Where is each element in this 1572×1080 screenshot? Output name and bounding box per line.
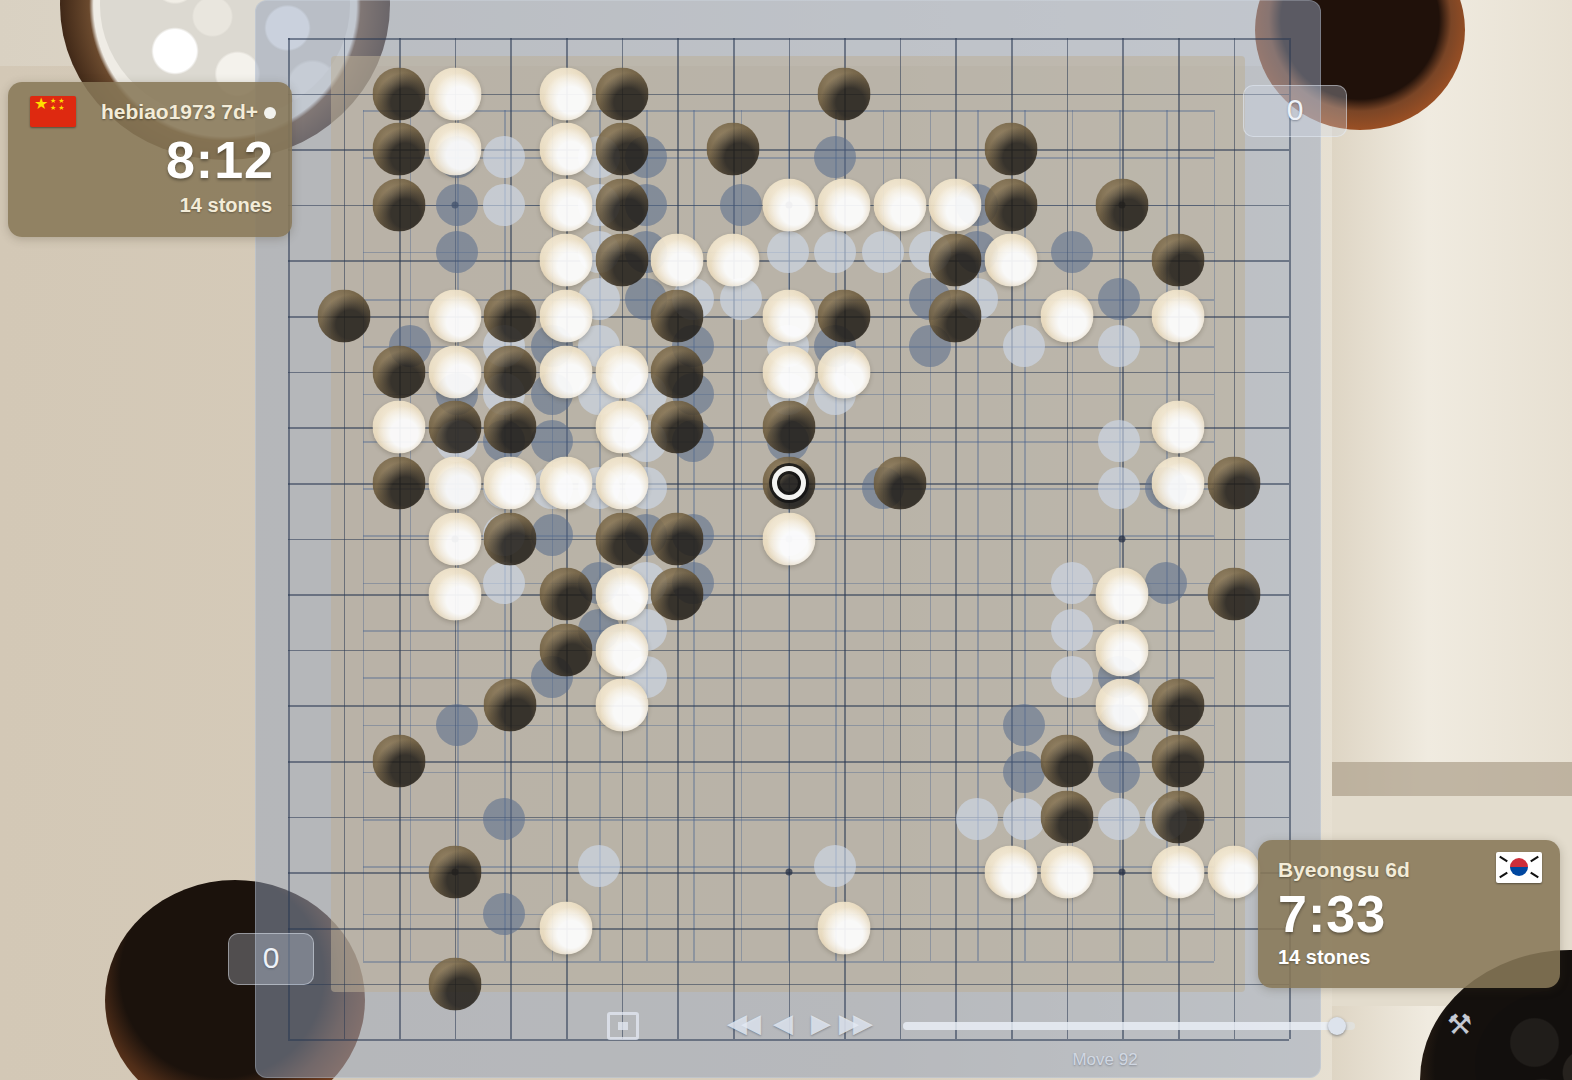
ghost-stone-white — [483, 184, 525, 226]
stone-black — [540, 568, 593, 621]
stone-white — [1096, 623, 1149, 676]
white-clock: 8:12 — [166, 130, 274, 190]
fit-view-icon[interactable] — [607, 1012, 639, 1040]
stone-white — [706, 234, 759, 287]
stone-white — [818, 345, 871, 398]
stone-black — [373, 123, 426, 176]
stone-white — [762, 512, 815, 565]
player-name-black: Byeongsu 6d — [1278, 858, 1410, 882]
hoshi-point — [1119, 535, 1126, 542]
stone-white — [929, 178, 982, 231]
stone-black — [373, 345, 426, 398]
ghost-stone-black — [1098, 278, 1140, 320]
stone-black — [651, 568, 704, 621]
ghost-stone-black — [1051, 231, 1093, 273]
ghost-stone-white — [1098, 467, 1140, 509]
ghost-stone-white — [1003, 325, 1045, 367]
ghost-stone-white — [483, 136, 525, 178]
stone-black — [373, 178, 426, 231]
ghost-stone-black — [1098, 751, 1140, 793]
stone-white — [1040, 290, 1093, 343]
stone-white — [428, 512, 481, 565]
stone-white — [595, 456, 648, 509]
stone-white — [540, 456, 593, 509]
stone-black — [428, 957, 481, 1010]
ghost-stone-black — [436, 184, 478, 226]
stone-black — [818, 290, 871, 343]
stone-white — [540, 67, 593, 120]
stone-white — [540, 901, 593, 954]
move-slider-fill — [903, 1022, 1337, 1030]
stone-white — [373, 401, 426, 454]
player-name-white: hebiao1973 7d+ — [101, 100, 276, 124]
ghost-stone-black — [1003, 704, 1045, 746]
stone-black — [651, 401, 704, 454]
next-move-button[interactable]: ▶ — [811, 1008, 825, 1039]
ghost-stone-white — [578, 845, 620, 887]
stone-black — [985, 178, 1038, 231]
grid-line — [288, 928, 1289, 930]
stone-white — [818, 178, 871, 231]
black-stones-in-bowl — [1475, 990, 1572, 1080]
black-clock: 7:33 — [1278, 884, 1386, 944]
previous-move-button[interactable]: ◀ — [773, 1008, 787, 1039]
ghost-stone-white — [1003, 798, 1045, 840]
stone-white — [818, 901, 871, 954]
taegeuk-icon — [1510, 858, 1528, 876]
stone-white — [484, 456, 537, 509]
to-start-button[interactable]: ◀◀ — [727, 1008, 755, 1039]
stone-white — [540, 123, 593, 176]
stone-white — [595, 623, 648, 676]
stone-white — [873, 178, 926, 231]
stone-white — [1151, 456, 1204, 509]
stone-white — [428, 345, 481, 398]
white-captures-badge: 0 — [1243, 85, 1347, 137]
stone-white — [540, 178, 593, 231]
stone-black — [929, 234, 982, 287]
stone-black — [1151, 790, 1204, 843]
move-number-label: Move 92 — [1015, 1050, 1195, 1070]
ghost-stone-white — [767, 231, 809, 273]
stone-white — [1096, 679, 1149, 732]
ghost-stone-black — [531, 514, 573, 556]
ghost-stone-white — [1098, 798, 1140, 840]
ghost-stone-white — [1051, 609, 1093, 651]
stone-white — [762, 345, 815, 398]
stone-black — [1207, 568, 1260, 621]
stone-white — [595, 345, 648, 398]
stone-black — [818, 67, 871, 120]
stone-black — [484, 679, 537, 732]
ghost-stone-white — [483, 562, 525, 604]
stone-black — [1151, 234, 1204, 287]
stone-black — [428, 401, 481, 454]
ghost-stone-black — [1145, 562, 1187, 604]
stone-white — [985, 234, 1038, 287]
stone-black — [317, 290, 370, 343]
stone-black — [540, 623, 593, 676]
ghost-stone-white — [862, 231, 904, 273]
stone-white — [595, 401, 648, 454]
hoshi-point — [1119, 869, 1126, 876]
black-captures-badge: 0 — [228, 933, 314, 985]
stone-black — [706, 123, 759, 176]
ghost-stone-white — [956, 798, 998, 840]
ghost-stone-white — [1098, 325, 1140, 367]
stone-black — [373, 456, 426, 509]
ghost-grid-line — [1214, 110, 1216, 961]
stone-white — [762, 290, 815, 343]
grid-line — [288, 761, 1289, 763]
stone-white — [540, 345, 593, 398]
stone-white — [428, 290, 481, 343]
stone-black — [1151, 735, 1204, 788]
stone-black — [595, 234, 648, 287]
stone-white — [540, 234, 593, 287]
go-board[interactable]: ◀◀ ◀ ▶ ▶▶ ⚒ Move 92 — [255, 0, 1321, 1078]
grid-line — [288, 1039, 1289, 1041]
ghost-stone-black — [720, 184, 762, 226]
stone-black — [373, 735, 426, 788]
stone-black — [985, 123, 1038, 176]
move-slider-handle[interactable] — [1328, 1017, 1346, 1035]
last-move-marker — [772, 466, 806, 500]
korea-flag-icon — [1496, 852, 1542, 883]
stone-white — [1151, 401, 1204, 454]
white-color-indicator — [264, 107, 276, 119]
stone-black — [484, 345, 537, 398]
ghost-stone-black — [483, 798, 525, 840]
stone-black — [873, 456, 926, 509]
stone-black — [428, 846, 481, 899]
background-shelf-band — [1332, 762, 1572, 796]
stone-black — [484, 401, 537, 454]
hoshi-point — [785, 869, 792, 876]
stone-black — [1151, 679, 1204, 732]
stone-black — [651, 290, 704, 343]
ghost-stone-black — [483, 893, 525, 935]
stone-white — [428, 568, 481, 621]
stone-black — [484, 290, 537, 343]
stone-black — [651, 512, 704, 565]
stone-black — [484, 512, 537, 565]
go-app-screen: { "game": "go", "board_size": 19, "posit… — [0, 0, 1572, 1080]
stone-white — [540, 290, 593, 343]
stone-white — [985, 846, 1038, 899]
stone-white — [595, 679, 648, 732]
ghost-stone-white — [1098, 420, 1140, 462]
china-flag-icon — [30, 96, 76, 127]
stone-white — [762, 178, 815, 231]
stone-black — [1096, 178, 1149, 231]
player-card-black: Byeongsu 6d 7:33 14 stones — [1258, 840, 1560, 988]
stone-black — [595, 123, 648, 176]
stone-black — [595, 178, 648, 231]
black-period-stones: 14 stones — [1278, 946, 1370, 969]
ghost-stone-black — [814, 136, 856, 178]
ghost-stone-black — [1003, 751, 1045, 793]
stone-white — [651, 234, 704, 287]
stone-black — [373, 67, 426, 120]
stone-white — [1151, 846, 1204, 899]
ghost-stone-black — [436, 704, 478, 746]
stone-black — [651, 345, 704, 398]
stone-black — [595, 67, 648, 120]
stone-white — [595, 568, 648, 621]
ghost-stone-white — [814, 231, 856, 273]
ghost-stone-white — [814, 845, 856, 887]
to-end-button[interactable]: ▶▶ — [839, 1008, 867, 1039]
stone-white — [1040, 846, 1093, 899]
ghost-stone-white — [1051, 656, 1093, 698]
stone-black — [762, 401, 815, 454]
player-card-white: hebiao1973 7d+ 8:12 14 stones — [8, 82, 292, 237]
stone-black — [1207, 456, 1260, 509]
white-period-stones: 14 stones — [180, 194, 272, 217]
stone-white — [1207, 846, 1260, 899]
stone-white — [1096, 568, 1149, 621]
ghost-stone-white — [1051, 562, 1093, 604]
move-slider[interactable] — [903, 1022, 1355, 1030]
stone-white — [428, 123, 481, 176]
stone-black — [1040, 735, 1093, 788]
stone-white — [1151, 290, 1204, 343]
stone-black — [1040, 790, 1093, 843]
tools-icon[interactable]: ⚒ — [1447, 1008, 1472, 1041]
stone-black — [929, 290, 982, 343]
stone-black — [595, 512, 648, 565]
ghost-stone-black — [436, 231, 478, 273]
stone-white — [428, 456, 481, 509]
stone-white — [428, 67, 481, 120]
